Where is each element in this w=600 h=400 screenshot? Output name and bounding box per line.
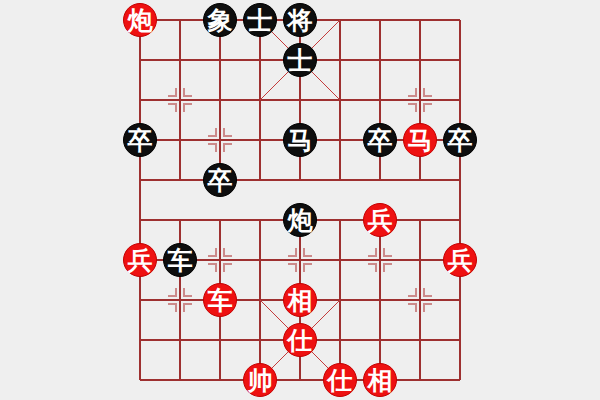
intersection-f6-r3[interactable]: [320, 80, 360, 120]
intersection-f3-r6[interactable]: [200, 200, 240, 240]
piece-black-advisor[interactable]: 士: [243, 3, 277, 37]
intersection-f5-r10[interactable]: [280, 360, 320, 400]
intersection-f6-r10[interactable]: 仕: [320, 360, 360, 400]
intersection-f3-r8[interactable]: 车: [200, 280, 240, 320]
piece-red-horse[interactable]: 马: [403, 123, 437, 157]
intersection-f7-r7[interactable]: [360, 240, 400, 280]
intersection-f3-r5[interactable]: 卒: [200, 160, 240, 200]
piece-black-soldier[interactable]: 卒: [363, 123, 397, 157]
piece-red-advisor[interactable]: 仕: [283, 323, 317, 357]
piece-black-soldier[interactable]: 卒: [203, 163, 237, 197]
intersection-f7-r10[interactable]: 相: [360, 360, 400, 400]
intersection-f8-r8[interactable]: [400, 280, 440, 320]
intersection-f7-r6[interactable]: 兵: [360, 200, 400, 240]
intersection-f1-r5[interactable]: [120, 160, 160, 200]
intersection-f3-r9[interactable]: [200, 320, 240, 360]
intersection-f7-r5[interactable]: [360, 160, 400, 200]
piece-red-soldier[interactable]: 兵: [123, 243, 157, 277]
intersection-f4-r5[interactable]: [240, 160, 280, 200]
piece-red-chariot[interactable]: 车: [203, 283, 237, 317]
intersection-f6-r8[interactable]: [320, 280, 360, 320]
piece-black-chariot[interactable]: 车: [163, 243, 197, 277]
intersection-f1-r3[interactable]: [120, 80, 160, 120]
piece-black-cannon[interactable]: 炮: [283, 203, 317, 237]
intersection-f6-r5[interactable]: [320, 160, 360, 200]
intersection-f7-r9[interactable]: [360, 320, 400, 360]
intersection-f1-r6[interactable]: [120, 200, 160, 240]
intersection-f8-r4[interactable]: 马: [400, 120, 440, 160]
intersection-f8-r9[interactable]: [400, 320, 440, 360]
intersection-f4-r4[interactable]: [240, 120, 280, 160]
intersection-f9-r5[interactable]: [440, 160, 480, 200]
intersection-f1-r2[interactable]: [120, 40, 160, 80]
intersection-f3-r1[interactable]: 象: [200, 0, 240, 40]
xiangqi-board: 炮象士将士卒马卒马卒卒炮兵兵车兵车相仕帅仕相: [120, 0, 480, 400]
intersection-f5-r1[interactable]: 将: [280, 0, 320, 40]
intersection-f5-r9[interactable]: 仕: [280, 320, 320, 360]
intersection-f8-r10[interactable]: [400, 360, 440, 400]
intersection-f6-r4[interactable]: [320, 120, 360, 160]
intersection-f1-r7[interactable]: 兵: [120, 240, 160, 280]
intersection-f8-r1[interactable]: [400, 0, 440, 40]
intersection-f6-r2[interactable]: [320, 40, 360, 80]
intersection-f2-r4[interactable]: [160, 120, 200, 160]
intersection-f2-r6[interactable]: [160, 200, 200, 240]
intersection-f8-r5[interactable]: [400, 160, 440, 200]
intersection-f3-r4[interactable]: [200, 120, 240, 160]
piece-black-general[interactable]: 将: [283, 3, 317, 37]
intersection-f5-r2[interactable]: 士: [280, 40, 320, 80]
piece-black-horse[interactable]: 马: [283, 123, 317, 157]
intersection-f7-r1[interactable]: [360, 0, 400, 40]
intersection-f4-r7[interactable]: [240, 240, 280, 280]
intersection-f2-r2[interactable]: [160, 40, 200, 80]
intersection-f3-r7[interactable]: [200, 240, 240, 280]
intersection-f5-r7[interactable]: [280, 240, 320, 280]
xiangqi-screenshot: 炮象士将士卒马卒马卒卒炮兵兵车兵车相仕帅仕相: [0, 0, 600, 400]
piece-red-elephant[interactable]: 相: [363, 363, 397, 397]
intersection-f4-r2[interactable]: [240, 40, 280, 80]
intersection-f2-r1[interactable]: [160, 0, 200, 40]
intersection-f1-r9[interactable]: [120, 320, 160, 360]
piece-black-advisor[interactable]: 士: [283, 43, 317, 77]
intersection-f1-r4[interactable]: 卒: [120, 120, 160, 160]
intersection-f2-r3[interactable]: [160, 80, 200, 120]
intersection-f4-r1[interactable]: 士: [240, 0, 280, 40]
intersection-f2-r9[interactable]: [160, 320, 200, 360]
intersection-f3-r2[interactable]: [200, 40, 240, 80]
intersection-f4-r3[interactable]: [240, 80, 280, 120]
piece-black-elephant[interactable]: 象: [203, 3, 237, 37]
intersection-f9-r8[interactable]: [440, 280, 480, 320]
intersection-f7-r4[interactable]: 卒: [360, 120, 400, 160]
intersection-f7-r2[interactable]: [360, 40, 400, 80]
intersection-f7-r8[interactable]: [360, 280, 400, 320]
intersection-f1-r10[interactable]: [120, 360, 160, 400]
piece-red-soldier[interactable]: 兵: [443, 243, 477, 277]
piece-red-cannon[interactable]: 炮: [123, 3, 157, 37]
intersection-f8-r3[interactable]: [400, 80, 440, 120]
intersection-f9-r1[interactable]: [440, 0, 480, 40]
intersection-f3-r10[interactable]: [200, 360, 240, 400]
intersection-f9-r4[interactable]: 卒: [440, 120, 480, 160]
intersection-f5-r3[interactable]: [280, 80, 320, 120]
intersection-f9-r9[interactable]: [440, 320, 480, 360]
intersection-f8-r6[interactable]: [400, 200, 440, 240]
intersection-f5-r5[interactable]: [280, 160, 320, 200]
intersection-f8-r2[interactable]: [400, 40, 440, 80]
intersection-f5-r6[interactable]: 炮: [280, 200, 320, 240]
intersection-f2-r7[interactable]: 车: [160, 240, 200, 280]
intersection-f7-r3[interactable]: [360, 80, 400, 120]
intersection-f4-r8[interactable]: [240, 280, 280, 320]
intersection-f9-r10[interactable]: [440, 360, 480, 400]
intersection-f9-r6[interactable]: [440, 200, 480, 240]
intersection-f5-r4[interactable]: 马: [280, 120, 320, 160]
intersection-f9-r3[interactable]: [440, 80, 480, 120]
intersection-f2-r10[interactable]: [160, 360, 200, 400]
intersection-f1-r1[interactable]: 炮: [120, 0, 160, 40]
intersection-f4-r9[interactable]: [240, 320, 280, 360]
piece-red-advisor[interactable]: 仕: [323, 363, 357, 397]
intersection-f6-r9[interactable]: [320, 320, 360, 360]
intersection-f6-r1[interactable]: [320, 0, 360, 40]
intersection-f8-r7[interactable]: [400, 240, 440, 280]
intersection-f2-r8[interactable]: [160, 280, 200, 320]
intersection-f4-r6[interactable]: [240, 200, 280, 240]
intersection-f3-r3[interactable]: [200, 80, 240, 120]
piece-red-general[interactable]: 帅: [243, 363, 277, 397]
intersection-f6-r6[interactable]: [320, 200, 360, 240]
piece-black-soldier[interactable]: 卒: [443, 123, 477, 157]
intersection-f9-r2[interactable]: [440, 40, 480, 80]
intersection-f4-r10[interactable]: 帅: [240, 360, 280, 400]
piece-red-elephant[interactable]: 相: [283, 283, 317, 317]
intersection-f5-r8[interactable]: 相: [280, 280, 320, 320]
piece-red-soldier[interactable]: 兵: [363, 203, 397, 237]
intersection-f6-r7[interactable]: [320, 240, 360, 280]
intersection-f1-r8[interactable]: [120, 280, 160, 320]
piece-black-soldier[interactable]: 卒: [123, 123, 157, 157]
intersection-f9-r7[interactable]: 兵: [440, 240, 480, 280]
intersection-f2-r5[interactable]: [160, 160, 200, 200]
